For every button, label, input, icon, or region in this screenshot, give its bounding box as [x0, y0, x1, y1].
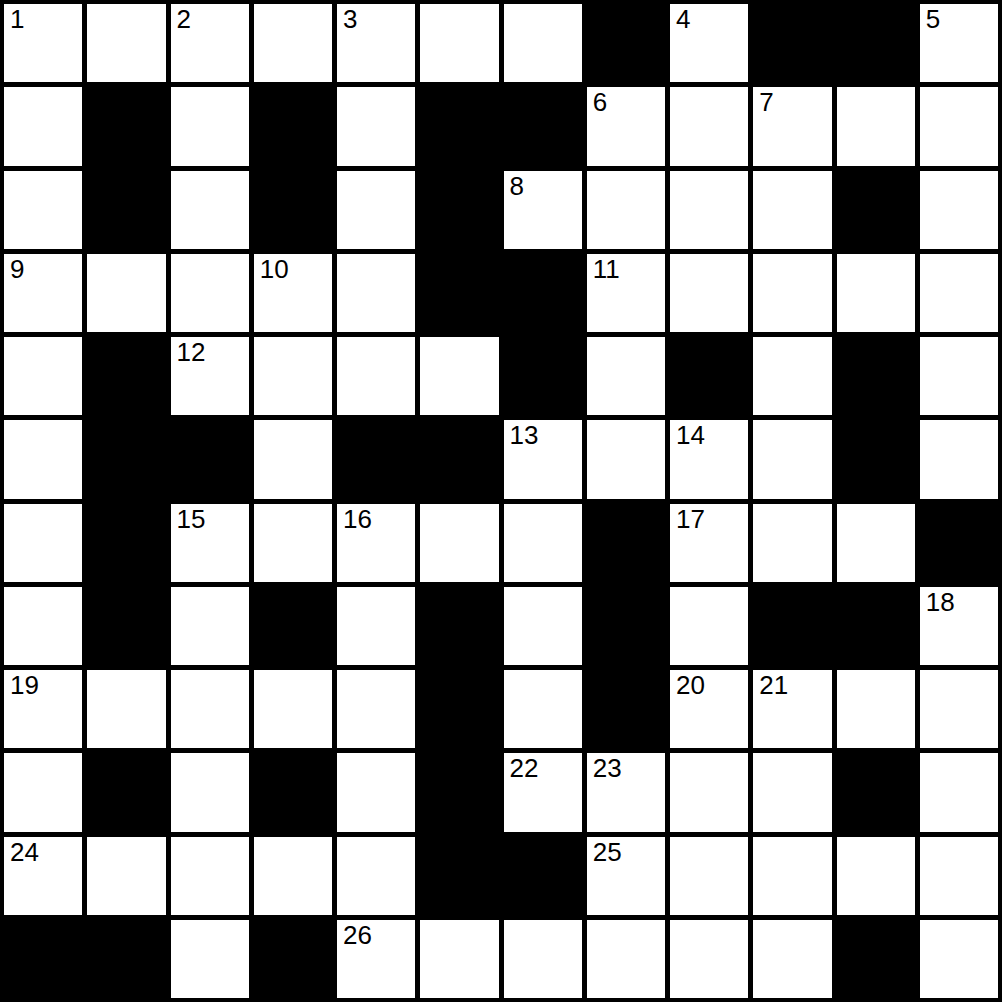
black-cell-r6c1	[87, 504, 165, 582]
white-cell-r1c0[interactable]	[4, 87, 82, 165]
crossword-board: 1234567891011121314151617181920212223242…	[0, 0, 1002, 1002]
black-cell-r1c1	[87, 87, 165, 165]
white-cell-r2c0[interactable]	[4, 171, 82, 249]
white-cell-r10c9[interactable]	[753, 837, 831, 915]
black-cell-r11c10	[837, 920, 915, 998]
white-cell-r4c11[interactable]	[920, 337, 998, 415]
white-cell-r8c0[interactable]: 19	[4, 670, 82, 748]
white-cell-r1c8[interactable]	[670, 87, 748, 165]
white-cell-r0c11[interactable]: 5	[920, 4, 998, 82]
white-cell-r11c4[interactable]: 26	[337, 920, 415, 998]
white-cell-r6c8[interactable]: 17	[670, 504, 748, 582]
white-cell-r4c9[interactable]	[753, 337, 831, 415]
white-cell-r8c3[interactable]	[254, 670, 332, 748]
clue-number: 18	[926, 588, 955, 617]
white-cell-r10c10[interactable]	[837, 837, 915, 915]
white-cell-r0c0[interactable]: 1	[4, 4, 82, 82]
white-cell-r11c6[interactable]	[504, 920, 582, 998]
white-cell-r5c3[interactable]	[254, 420, 332, 498]
clue-number: 10	[260, 255, 289, 284]
black-cell-r2c5	[420, 171, 498, 249]
white-cell-r4c2[interactable]: 12	[171, 337, 249, 415]
black-cell-r1c6	[504, 87, 582, 165]
white-cell-r11c8[interactable]	[670, 920, 748, 998]
clue-number: 20	[676, 671, 705, 700]
white-cell-r2c11[interactable]	[920, 171, 998, 249]
white-cell-r5c9[interactable]	[753, 420, 831, 498]
white-cell-r2c4[interactable]	[337, 171, 415, 249]
white-cell-r3c10[interactable]	[837, 254, 915, 332]
clue-number: 12	[177, 338, 206, 367]
white-cell-r2c8[interactable]	[670, 171, 748, 249]
clue-number: 2	[177, 5, 191, 34]
white-cell-r3c11[interactable]	[920, 254, 998, 332]
white-cell-r4c4[interactable]	[337, 337, 415, 415]
clue-number: 21	[759, 671, 788, 700]
black-cell-r5c10	[837, 420, 915, 498]
black-cell-r0c7	[587, 4, 665, 82]
white-cell-r7c4[interactable]	[337, 587, 415, 665]
black-cell-r9c10	[837, 753, 915, 831]
white-cell-r11c9[interactable]	[753, 920, 831, 998]
white-cell-r10c2[interactable]	[171, 837, 249, 915]
white-cell-r10c3[interactable]	[254, 837, 332, 915]
white-cell-r4c3[interactable]	[254, 337, 332, 415]
white-cell-r6c9[interactable]	[753, 504, 831, 582]
white-cell-r5c7[interactable]	[587, 420, 665, 498]
black-cell-r7c9	[753, 587, 831, 665]
black-cell-r2c3	[254, 171, 332, 249]
white-cell-r8c6[interactable]	[504, 670, 582, 748]
white-cell-r3c0[interactable]: 9	[4, 254, 82, 332]
white-cell-r3c4[interactable]	[337, 254, 415, 332]
white-cell-r10c4[interactable]	[337, 837, 415, 915]
black-cell-r8c7	[587, 670, 665, 748]
white-cell-r10c11[interactable]	[920, 837, 998, 915]
white-cell-r1c10[interactable]	[837, 87, 915, 165]
white-cell-r10c8[interactable]	[670, 837, 748, 915]
black-cell-r11c0	[4, 920, 82, 998]
white-cell-r10c0[interactable]: 24	[4, 837, 82, 915]
white-cell-r6c0[interactable]	[4, 504, 82, 582]
clue-number: 16	[343, 505, 372, 534]
black-cell-r9c5	[420, 753, 498, 831]
white-cell-r8c8[interactable]: 20	[670, 670, 748, 748]
white-cell-r8c10[interactable]	[837, 670, 915, 748]
white-cell-r1c9[interactable]: 7	[753, 87, 831, 165]
white-cell-r4c7[interactable]	[587, 337, 665, 415]
white-cell-r0c1[interactable]	[87, 4, 165, 82]
clue-number: 3	[343, 5, 357, 34]
white-cell-r2c2[interactable]	[171, 171, 249, 249]
black-cell-r6c11	[920, 504, 998, 582]
white-cell-r11c5[interactable]	[420, 920, 498, 998]
black-cell-r3c5	[420, 254, 498, 332]
white-cell-r11c7[interactable]	[587, 920, 665, 998]
white-cell-r9c2[interactable]	[171, 753, 249, 831]
white-cell-r1c7[interactable]: 6	[587, 87, 665, 165]
white-cell-r6c5[interactable]	[420, 504, 498, 582]
black-cell-r4c10	[837, 337, 915, 415]
black-cell-r4c8	[670, 337, 748, 415]
black-cell-r7c10	[837, 587, 915, 665]
white-cell-r10c7[interactable]: 25	[587, 837, 665, 915]
black-cell-r9c3	[254, 753, 332, 831]
black-cell-r2c1	[87, 171, 165, 249]
white-cell-r9c6[interactable]: 22	[504, 753, 582, 831]
black-cell-r5c1	[87, 420, 165, 498]
white-cell-r4c0[interactable]	[4, 337, 82, 415]
black-cell-r5c4	[337, 420, 415, 498]
black-cell-r9c1	[87, 753, 165, 831]
white-cell-r2c7[interactable]	[587, 171, 665, 249]
white-cell-r0c2[interactable]: 2	[171, 4, 249, 82]
black-cell-r5c2	[171, 420, 249, 498]
white-cell-r6c2[interactable]: 15	[171, 504, 249, 582]
white-cell-r9c8[interactable]	[670, 753, 748, 831]
white-cell-r5c0[interactable]	[4, 420, 82, 498]
black-cell-r8c5	[420, 670, 498, 748]
clue-number: 15	[177, 505, 206, 534]
black-cell-r7c5	[420, 587, 498, 665]
white-cell-r9c7[interactable]: 23	[587, 753, 665, 831]
white-cell-r1c4[interactable]	[337, 87, 415, 165]
white-cell-r4c5[interactable]	[420, 337, 498, 415]
clue-number: 14	[676, 421, 705, 450]
white-cell-r8c4[interactable]	[337, 670, 415, 748]
clue-number: 25	[593, 838, 622, 867]
clue-number: 23	[593, 754, 622, 783]
white-cell-r1c11[interactable]	[920, 87, 998, 165]
white-cell-r0c5[interactable]	[420, 4, 498, 82]
clue-number: 11	[593, 255, 620, 284]
white-cell-r0c8[interactable]: 4	[670, 4, 748, 82]
clue-number: 9	[10, 255, 24, 284]
white-cell-r2c9[interactable]	[753, 171, 831, 249]
white-cell-r6c4[interactable]: 16	[337, 504, 415, 582]
black-cell-r0c10	[837, 4, 915, 82]
clue-number: 6	[593, 88, 607, 117]
white-cell-r3c3[interactable]: 10	[254, 254, 332, 332]
white-cell-r1c2[interactable]	[171, 87, 249, 165]
clue-number: 24	[10, 838, 39, 867]
white-cell-r8c1[interactable]	[87, 670, 165, 748]
black-cell-r4c6	[504, 337, 582, 415]
clue-number: 19	[10, 671, 39, 700]
black-cell-r11c1	[87, 920, 165, 998]
white-cell-r7c6[interactable]	[504, 587, 582, 665]
black-cell-r10c5	[420, 837, 498, 915]
white-cell-r0c4[interactable]: 3	[337, 4, 415, 82]
black-cell-r7c1	[87, 587, 165, 665]
white-cell-r9c4[interactable]	[337, 753, 415, 831]
white-cell-r8c11[interactable]	[920, 670, 998, 748]
white-cell-r7c11[interactable]: 18	[920, 587, 998, 665]
black-cell-r5c5	[420, 420, 498, 498]
white-cell-r9c0[interactable]	[4, 753, 82, 831]
white-cell-r2c6[interactable]: 8	[504, 171, 582, 249]
white-cell-r8c9[interactable]: 21	[753, 670, 831, 748]
black-cell-r6c7	[587, 504, 665, 582]
white-cell-r5c8[interactable]: 14	[670, 420, 748, 498]
black-cell-r2c10	[837, 171, 915, 249]
white-cell-r7c0[interactable]	[4, 587, 82, 665]
white-cell-r5c11[interactable]	[920, 420, 998, 498]
white-cell-r3c7[interactable]: 11	[587, 254, 665, 332]
clue-number: 26	[343, 921, 372, 950]
clue-number: 7	[759, 88, 773, 117]
black-cell-r11c3	[254, 920, 332, 998]
white-cell-r7c8[interactable]	[670, 587, 748, 665]
white-cell-r6c10[interactable]	[837, 504, 915, 582]
white-cell-r6c3[interactable]	[254, 504, 332, 582]
clue-number: 13	[510, 421, 539, 450]
white-cell-r10c1[interactable]	[87, 837, 165, 915]
white-cell-r7c2[interactable]	[171, 587, 249, 665]
white-cell-r3c9[interactable]	[753, 254, 831, 332]
white-cell-r0c3[interactable]	[254, 4, 332, 82]
black-cell-r4c1	[87, 337, 165, 415]
white-cell-r9c11[interactable]	[920, 753, 998, 831]
black-cell-r7c3	[254, 587, 332, 665]
clue-number: 17	[676, 505, 705, 534]
clue-number: 22	[510, 754, 539, 783]
black-cell-r1c3	[254, 87, 332, 165]
clue-number: 4	[676, 5, 690, 34]
black-cell-r1c5	[420, 87, 498, 165]
black-cell-r3c6	[504, 254, 582, 332]
white-cell-r3c2[interactable]	[171, 254, 249, 332]
black-cell-r0c9	[753, 4, 831, 82]
white-cell-r11c11[interactable]	[920, 920, 998, 998]
white-cell-r9c9[interactable]	[753, 753, 831, 831]
white-cell-r5c6[interactable]: 13	[504, 420, 582, 498]
clue-number: 1	[10, 5, 24, 34]
black-cell-r7c7	[587, 587, 665, 665]
white-cell-r8c2[interactable]	[171, 670, 249, 748]
white-cell-r3c8[interactable]	[670, 254, 748, 332]
clue-number: 8	[510, 172, 524, 201]
white-cell-r3c1[interactable]	[87, 254, 165, 332]
clue-number: 5	[926, 5, 940, 34]
white-cell-r6c6[interactable]	[504, 504, 582, 582]
white-cell-r0c6[interactable]	[504, 4, 582, 82]
white-cell-r11c2[interactable]	[171, 920, 249, 998]
black-cell-r10c6	[504, 837, 582, 915]
